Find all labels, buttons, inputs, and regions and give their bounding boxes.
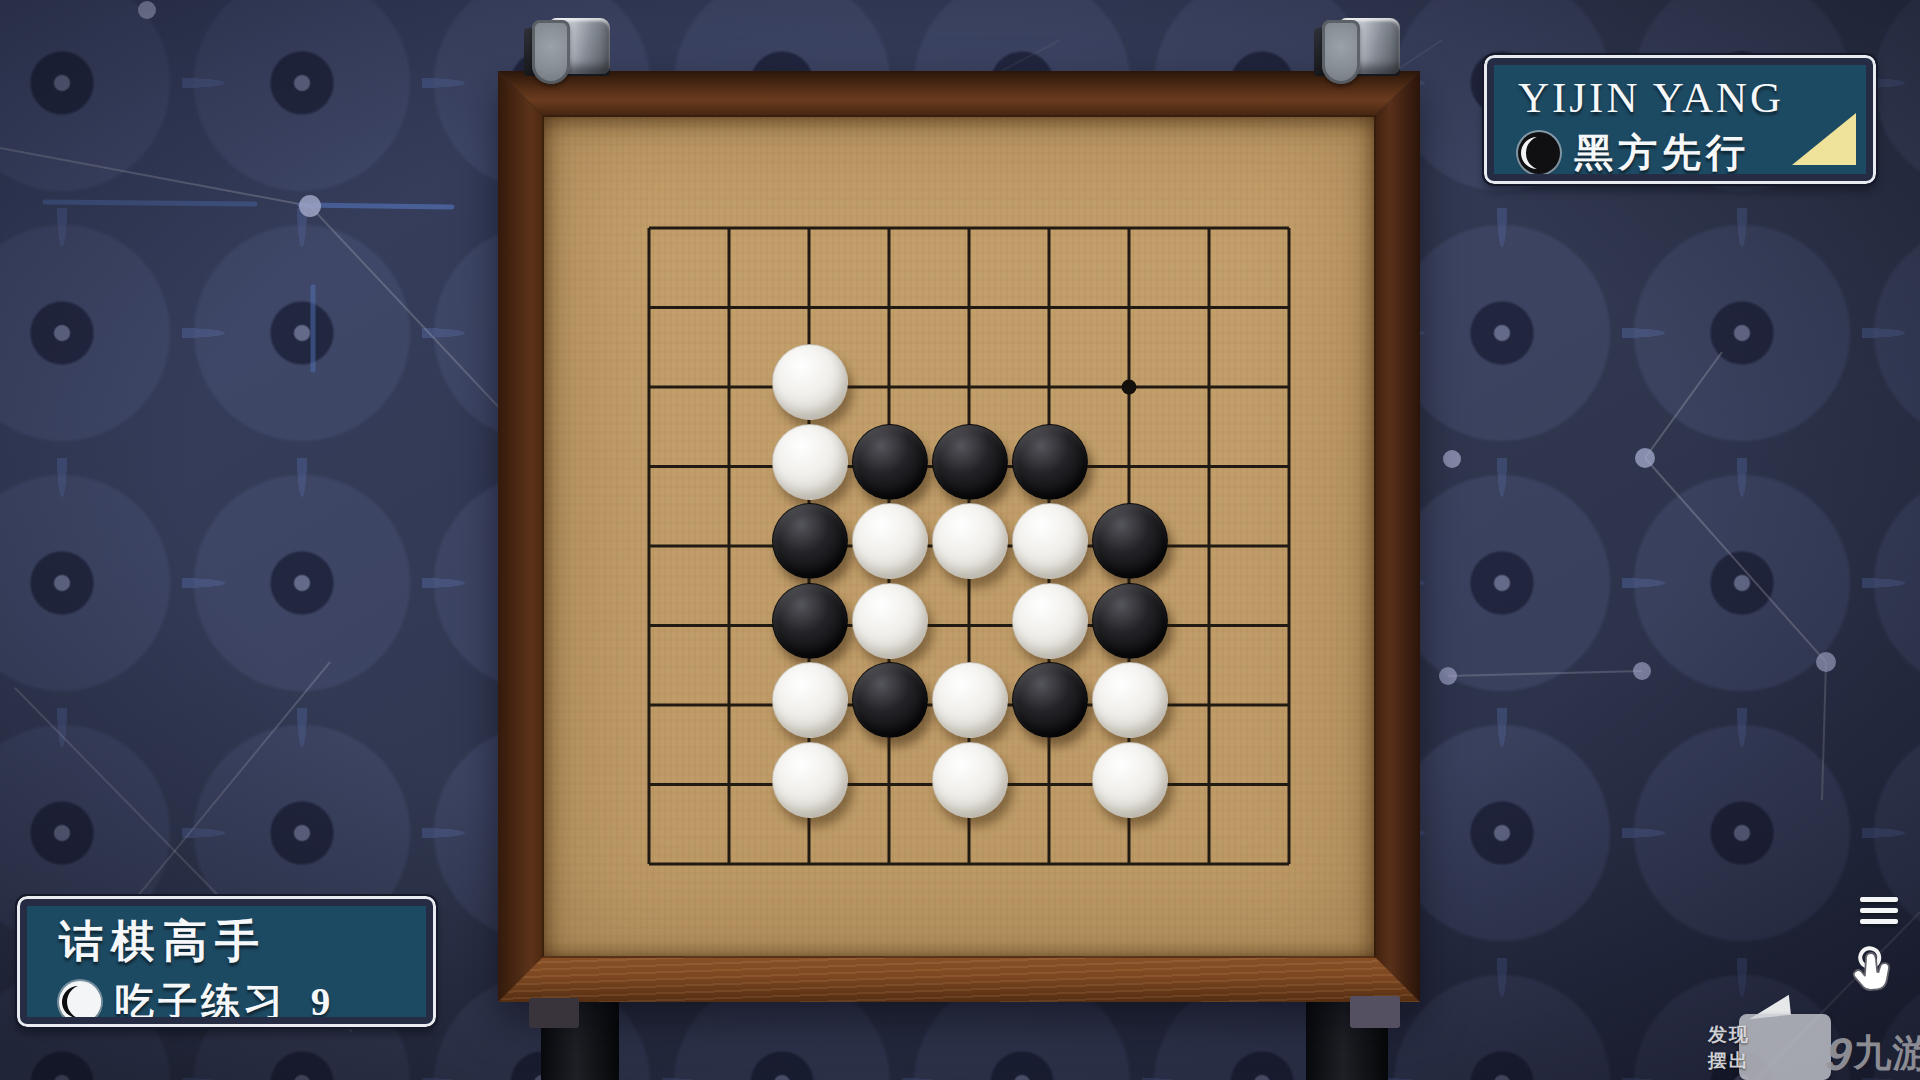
app-screen: { "game": "go", "app": { "title": "YIJIN… (0, 0, 1920, 1080)
hint-line-2: 摆出 (1708, 1048, 1750, 1074)
tap-hand-icon (1845, 941, 1910, 1017)
white-stone (1092, 742, 1168, 818)
level-panel-inner: 诘棋高手 吃子练习 9 (27, 906, 426, 1017)
black-stone (1012, 662, 1088, 738)
level-panel: 诘棋高手 吃子练习 9 (17, 896, 436, 1027)
title-panel-inner: YIJIN YANG 黑方先行 (1494, 65, 1866, 174)
white-stone (932, 503, 1008, 579)
menu-button[interactable] (1860, 897, 1898, 924)
frame-bottom-rail (498, 956, 1420, 1002)
black-stone (932, 424, 1008, 500)
black-stone (1092, 583, 1168, 659)
black-stone (772, 583, 848, 659)
watermark-text: 九游 (1854, 1028, 1920, 1079)
white-stone (772, 344, 848, 420)
white-stone (932, 662, 1008, 738)
white-stone (772, 742, 848, 818)
board-frame (498, 71, 1420, 1002)
white-stone-icon (59, 981, 101, 1017)
clamp-pad (532, 20, 570, 84)
frame-corner-bracket-left (529, 998, 579, 1028)
black-stone (1092, 503, 1168, 579)
frame-corner-bracket-right (1350, 996, 1400, 1028)
black-stone (772, 503, 848, 579)
black-stone (852, 662, 928, 738)
frame-left-rail (498, 71, 545, 1002)
panel-corner-triangle[interactable] (1792, 113, 1856, 165)
level-subtitle: 吃子练习 9 (115, 975, 334, 1017)
hint-line-1: 发现 (1708, 1022, 1750, 1048)
frame-right-rail (1373, 71, 1420, 1002)
tooltip-card (1739, 1014, 1831, 1080)
level-title: 诘棋高手 (59, 912, 426, 971)
white-stone (852, 583, 928, 659)
watermark-logo-icon: 9 (1824, 1031, 1854, 1077)
star-point (1122, 380, 1137, 395)
title-panel: YIJIN YANG 黑方先行 (1484, 55, 1876, 184)
white-stone (772, 662, 848, 738)
white-stone (772, 424, 848, 500)
watermark: 9 九游 (1826, 1028, 1920, 1079)
white-stone (1012, 583, 1088, 659)
white-stone (932, 742, 1008, 818)
frame-top-rail (498, 71, 1420, 118)
black-stone (1012, 424, 1088, 500)
white-stone (1012, 503, 1088, 579)
black-stone-icon (1518, 132, 1560, 174)
white-stone (852, 503, 928, 579)
board-clamp-right (1314, 12, 1406, 86)
go-board[interactable] (649, 228, 1289, 864)
board-clamp-left (524, 12, 616, 86)
black-stone (852, 424, 928, 500)
turn-label: 黑方先行 (1574, 126, 1750, 174)
hamburger-icon (1860, 897, 1898, 902)
level-number: 9 (311, 980, 335, 1017)
board-paper (544, 117, 1374, 956)
clamp-pad (1322, 20, 1360, 84)
white-stone (1092, 662, 1168, 738)
